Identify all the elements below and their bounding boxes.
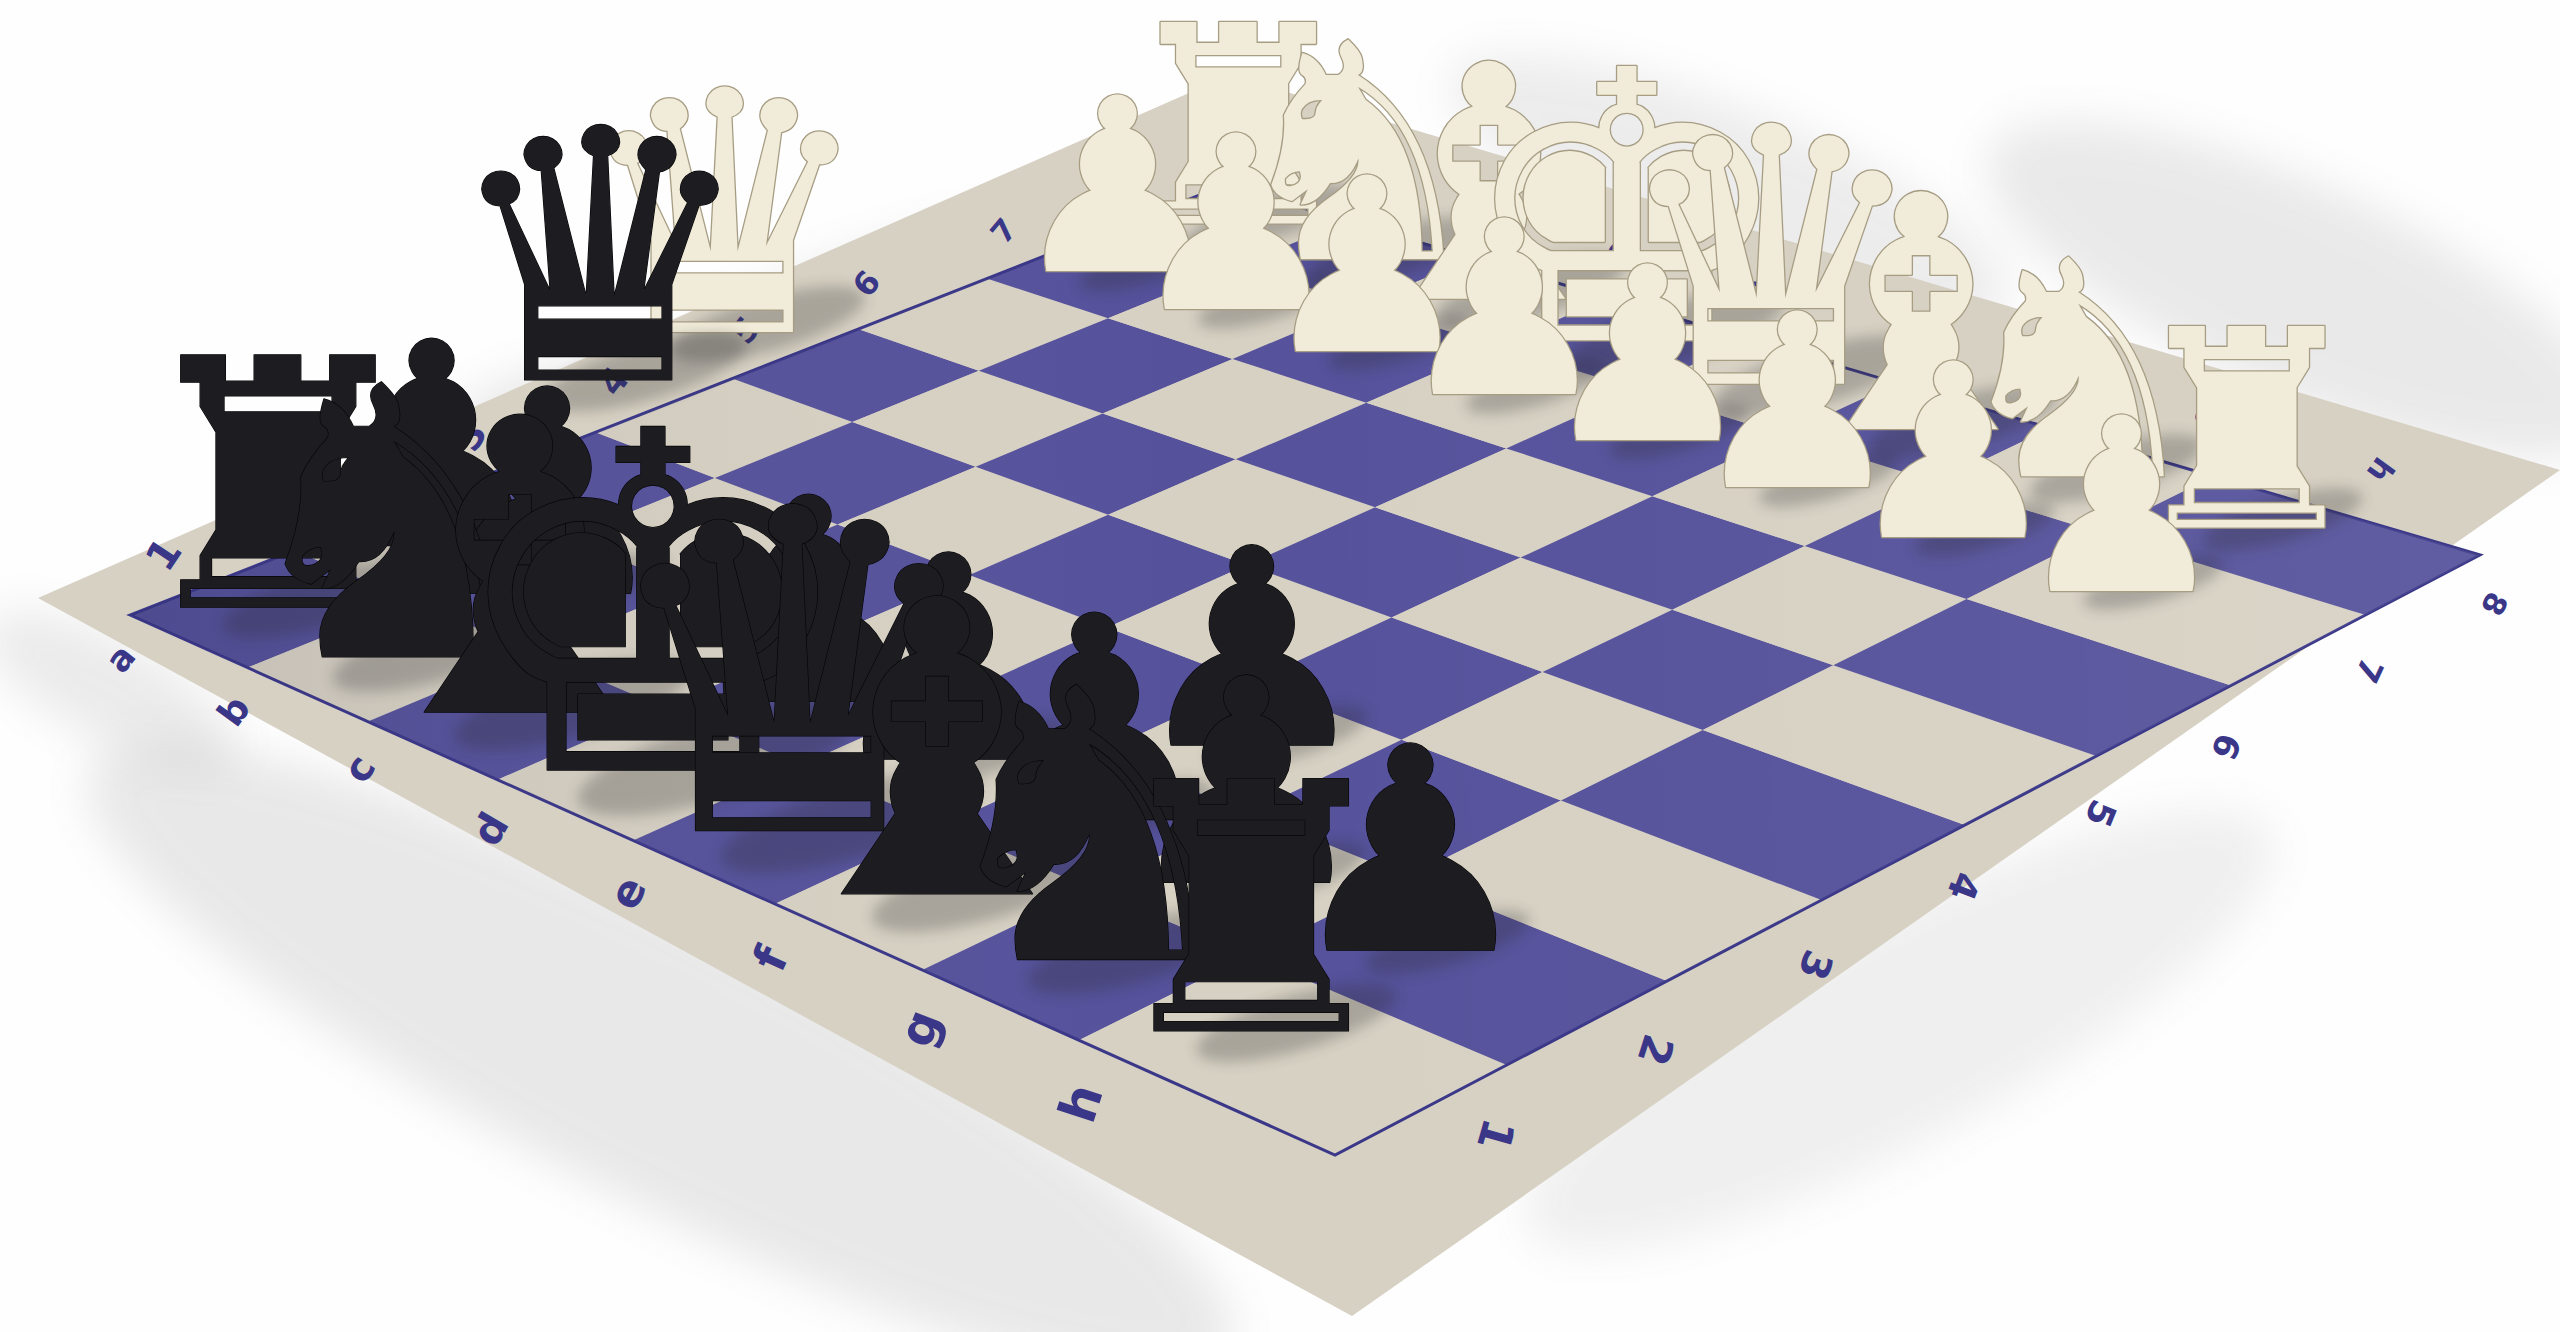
- rank-label-right-8: 8: [2474, 586, 2516, 621]
- rank-label-right-6: 6: [2203, 728, 2249, 766]
- piece-white-pawn-h7: ♟: [2013, 367, 2230, 648]
- rank-label-right-7: 7: [2347, 652, 2391, 689]
- rank-label-right-5: 5: [2076, 794, 2125, 834]
- product-photo-scene: aa11bb22cc33dd44ee55ff66gg77hh88♜♞♟♝♟♛♚♟…: [0, 0, 2560, 1332]
- chessboard-photo: aa11bb22cc33dd44ee55ff66gg77hh88♜♞♟♝♟♛♚♟…: [0, 0, 2560, 1332]
- piece-black-rook-h1: ♜: [1096, 710, 1406, 1112]
